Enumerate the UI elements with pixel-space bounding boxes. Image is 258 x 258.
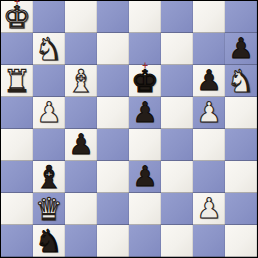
square-b3[interactable]: ♝: [33, 161, 65, 193]
square-b8[interactable]: [33, 1, 65, 33]
square-d4[interactable]: [97, 129, 129, 161]
piece-black-p-e3: ♟: [132, 161, 157, 193]
square-h7[interactable]: ♟: [225, 33, 257, 65]
square-b4[interactable]: [33, 129, 65, 161]
piece-white-q-b2: ♛: [35, 193, 63, 225]
square-h6[interactable]: ♞: [225, 65, 257, 97]
square-f5[interactable]: [161, 97, 193, 129]
square-g2[interactable]: ♟: [193, 193, 225, 225]
piece-black-p-e5: ♟: [132, 97, 157, 129]
square-e1[interactable]: [129, 225, 161, 257]
square-f3[interactable]: [161, 161, 193, 193]
square-b2[interactable]: ♛: [33, 193, 65, 225]
square-a2[interactable]: [1, 193, 33, 225]
square-d8[interactable]: [97, 1, 129, 33]
square-h5[interactable]: [225, 97, 257, 129]
piece-black-p-c4: ♟: [68, 129, 93, 161]
square-f4[interactable]: [161, 129, 193, 161]
piece-white-p-g2: ♟: [196, 193, 221, 225]
piece-white-n-b7: ♞: [35, 33, 63, 65]
square-f6[interactable]: [161, 65, 193, 97]
king-cross-accent-icon: +: [14, 0, 21, 6]
square-h2[interactable]: [225, 193, 257, 225]
square-c8[interactable]: [65, 1, 97, 33]
square-e2[interactable]: [129, 193, 161, 225]
square-c6[interactable]: ♝: [65, 65, 97, 97]
square-h1[interactable]: [225, 225, 257, 257]
square-e6[interactable]: ♚+: [129, 65, 161, 97]
square-b6[interactable]: [33, 65, 65, 97]
piece-white-n-h6: ♞: [227, 65, 255, 97]
square-g5[interactable]: ♟: [193, 97, 225, 129]
square-c7[interactable]: [65, 33, 97, 65]
square-g6[interactable]: ♟: [193, 65, 225, 97]
square-a6[interactable]: ♜: [1, 65, 33, 97]
piece-black-n-b1: ♞: [35, 225, 63, 257]
square-c1[interactable]: [65, 225, 97, 257]
piece-black-b-b3: ♝: [35, 161, 63, 193]
square-b5[interactable]: ♟: [33, 97, 65, 129]
square-c2[interactable]: [65, 193, 97, 225]
square-e3[interactable]: ♟: [129, 161, 161, 193]
piece-white-r-a6: ♜: [3, 65, 31, 97]
square-d1[interactable]: [97, 225, 129, 257]
square-h4[interactable]: [225, 129, 257, 161]
square-b1[interactable]: ♞: [33, 225, 65, 257]
square-e5[interactable]: ♟: [129, 97, 161, 129]
square-d5[interactable]: [97, 97, 129, 129]
piece-white-b-c6: ♝: [67, 65, 95, 97]
piece-black-p-h7: ♟: [228, 33, 253, 65]
piece-black-p-g6: ♟: [196, 65, 221, 97]
piece-white-k-a8: ♚+: [3, 1, 31, 33]
square-g3[interactable]: [193, 161, 225, 193]
square-h3[interactable]: [225, 161, 257, 193]
square-f8[interactable]: [161, 1, 193, 33]
square-a3[interactable]: [1, 161, 33, 193]
piece-black-k-e6: ♚+: [131, 65, 159, 97]
square-d7[interactable]: [97, 33, 129, 65]
square-c4[interactable]: ♟: [65, 129, 97, 161]
square-d2[interactable]: [97, 193, 129, 225]
square-c5[interactable]: [65, 97, 97, 129]
square-a1[interactable]: [1, 225, 33, 257]
square-a8[interactable]: ♚+: [1, 1, 33, 33]
square-d3[interactable]: [97, 161, 129, 193]
square-g4[interactable]: [193, 129, 225, 161]
square-f1[interactable]: [161, 225, 193, 257]
square-g7[interactable]: [193, 33, 225, 65]
square-g1[interactable]: [193, 225, 225, 257]
square-a5[interactable]: [1, 97, 33, 129]
square-f7[interactable]: [161, 33, 193, 65]
square-g8[interactable]: [193, 1, 225, 33]
square-f2[interactable]: [161, 193, 193, 225]
piece-white-p-b5: ♟: [36, 97, 61, 129]
square-h8[interactable]: [225, 1, 257, 33]
piece-white-p-g5: ♟: [196, 97, 221, 129]
chess-board: ♚+♞♟♜♝♚+♟♞♟♟♟♟♝♟♛♟♞: [0, 0, 258, 258]
square-e4[interactable]: [129, 129, 161, 161]
square-d6[interactable]: [97, 65, 129, 97]
square-b7[interactable]: ♞: [33, 33, 65, 65]
square-e8[interactable]: [129, 1, 161, 33]
square-a7[interactable]: [1, 33, 33, 65]
king-cross-accent-icon: +: [142, 62, 149, 70]
square-a4[interactable]: [1, 129, 33, 161]
square-c3[interactable]: [65, 161, 97, 193]
chess-board-grid: ♚+♞♟♜♝♚+♟♞♟♟♟♟♝♟♛♟♞: [1, 1, 257, 257]
